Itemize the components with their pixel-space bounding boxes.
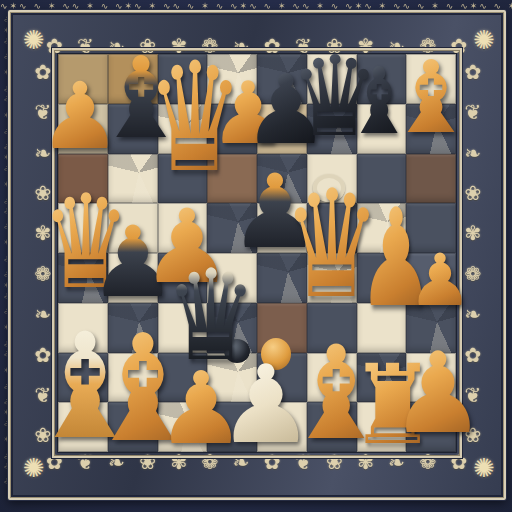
chess-illustration-scene: ∿✶∿ ∿ ✶ ∿∿ ✶ ∿ ∿✶∿ ✶ ∿∿ ∿ ✶ ∿ ∿✶∿ ∿ ✶ ∿∿… [0,0,512,512]
corner-rosette-icon: ✺ [473,455,495,481]
corner-rosette-icon: ✺ [23,27,45,53]
corner-rosette-icon: ✺ [473,27,495,53]
pieces-layer: ♟♝♛♟♟♛♝♝♛♟♟♛♟♛♟♟♝♝♟♟♝♜♟ [0,0,512,512]
chess-piece-tan-bishop-h8[interactable]: ♝ [386,48,476,148]
chess-piece-tan-pawn-h4[interactable]: ♟ [408,244,473,316]
chess-piece-tan-pawn-h1[interactable]: ♟ [390,337,485,449]
